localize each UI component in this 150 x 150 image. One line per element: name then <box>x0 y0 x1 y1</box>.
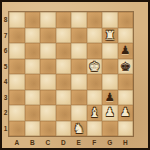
rank-label-4: 4 <box>2 74 9 90</box>
square-d7[interactable] <box>56 28 72 44</box>
square-c1[interactable] <box>40 121 56 137</box>
rank-label-2: 2 <box>2 105 9 121</box>
white-rook-g7[interactable]: ♜ <box>102 28 118 44</box>
square-h7[interactable] <box>118 28 134 44</box>
square-d6[interactable] <box>56 43 72 59</box>
square-b4[interactable] <box>25 74 41 90</box>
rank-label-6: 6 <box>2 43 9 59</box>
white-pawn-g2[interactable]: ♟ <box>102 105 118 121</box>
square-f5[interactable]: ♚ <box>87 59 103 75</box>
file-label-G: G <box>102 137 118 148</box>
square-g3[interactable]: ♟ <box>102 90 118 106</box>
square-f4[interactable] <box>87 74 103 90</box>
square-a7[interactable] <box>9 28 25 44</box>
square-g8[interactable] <box>102 12 118 28</box>
black-pawn-g3[interactable]: ♟ <box>102 90 118 106</box>
square-h2[interactable]: ♟ <box>118 105 134 121</box>
square-g2[interactable]: ♟ <box>102 105 118 121</box>
square-b3[interactable] <box>25 90 41 106</box>
square-c8[interactable] <box>40 12 56 28</box>
white-pawn-h2[interactable]: ♟ <box>118 105 134 121</box>
chess-board: ♜♟♚♚♟♝♟♟♞ <box>9 12 133 136</box>
square-e7[interactable] <box>71 28 87 44</box>
square-e6[interactable] <box>71 43 87 59</box>
square-c7[interactable] <box>40 28 56 44</box>
square-c2[interactable] <box>40 105 56 121</box>
square-f6[interactable] <box>87 43 103 59</box>
square-d1[interactable] <box>56 121 72 137</box>
square-a3[interactable] <box>9 90 25 106</box>
square-b5[interactable] <box>25 59 41 75</box>
square-e1[interactable]: ♞ <box>71 121 87 137</box>
file-label-C: C <box>40 137 56 148</box>
square-c6[interactable] <box>40 43 56 59</box>
square-h3[interactable] <box>118 90 134 106</box>
square-h8[interactable] <box>118 12 134 28</box>
file-label-A: A <box>9 137 25 148</box>
square-a1[interactable] <box>9 121 25 137</box>
square-f1[interactable] <box>87 121 103 137</box>
square-a8[interactable] <box>9 12 25 28</box>
square-g6[interactable] <box>102 43 118 59</box>
square-e5[interactable] <box>71 59 87 75</box>
rank-label-8: 8 <box>2 12 9 28</box>
square-c3[interactable] <box>40 90 56 106</box>
rank-label-7: 7 <box>2 28 9 44</box>
square-a5[interactable] <box>9 59 25 75</box>
file-label-F: F <box>87 137 103 148</box>
square-a4[interactable] <box>9 74 25 90</box>
square-g7[interactable]: ♜ <box>102 28 118 44</box>
square-d4[interactable] <box>56 74 72 90</box>
square-b2[interactable] <box>25 105 41 121</box>
square-f2[interactable]: ♝ <box>87 105 103 121</box>
chess-app-window: ♜♟♚♚♟♝♟♟♞ 87654321 ABCDEFGH <box>0 0 150 150</box>
file-label-B: B <box>25 137 41 148</box>
file-label-H: H <box>118 137 134 148</box>
square-e2[interactable] <box>71 105 87 121</box>
square-b8[interactable] <box>25 12 41 28</box>
rank-label-3: 3 <box>2 90 9 106</box>
square-h6[interactable]: ♟ <box>118 43 134 59</box>
square-g1[interactable] <box>102 121 118 137</box>
white-bishop-f2[interactable]: ♝ <box>87 105 103 121</box>
square-e8[interactable] <box>71 12 87 28</box>
black-king-h5[interactable]: ♚ <box>118 59 134 75</box>
rank-label-5: 5 <box>2 59 9 75</box>
square-c4[interactable] <box>40 74 56 90</box>
square-f8[interactable] <box>87 12 103 28</box>
square-g4[interactable] <box>102 74 118 90</box>
black-pawn-h6[interactable]: ♟ <box>118 43 134 59</box>
white-knight-e1[interactable]: ♞ <box>71 121 87 137</box>
square-d2[interactable] <box>56 105 72 121</box>
square-a6[interactable] <box>9 43 25 59</box>
square-f3[interactable] <box>87 90 103 106</box>
square-f7[interactable] <box>87 28 103 44</box>
white-king-f5[interactable]: ♚ <box>87 59 103 75</box>
file-label-E: E <box>71 137 87 148</box>
rank-label-1: 1 <box>2 121 9 137</box>
square-b6[interactable] <box>25 43 41 59</box>
square-b1[interactable] <box>25 121 41 137</box>
square-e4[interactable] <box>71 74 87 90</box>
square-h4[interactable] <box>118 74 134 90</box>
square-e3[interactable] <box>71 90 87 106</box>
square-c5[interactable] <box>40 59 56 75</box>
square-a2[interactable] <box>9 105 25 121</box>
square-h5[interactable]: ♚ <box>118 59 134 75</box>
square-d5[interactable] <box>56 59 72 75</box>
square-b7[interactable] <box>25 28 41 44</box>
wood-board-panel: ♜♟♚♚♟♝♟♟♞ 87654321 ABCDEFGH <box>2 2 148 148</box>
square-g5[interactable] <box>102 59 118 75</box>
square-d8[interactable] <box>56 12 72 28</box>
square-d3[interactable] <box>56 90 72 106</box>
square-h1[interactable] <box>118 121 134 137</box>
file-label-D: D <box>56 137 72 148</box>
